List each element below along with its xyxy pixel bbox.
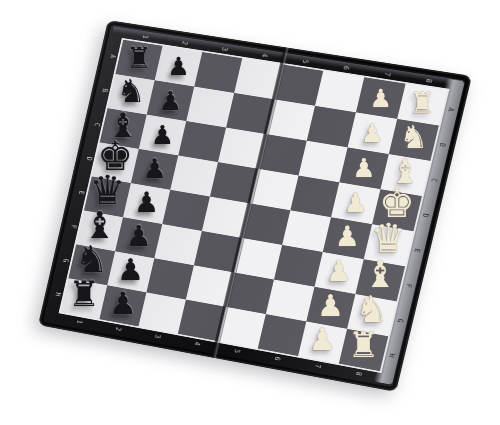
- rank-label-top: 6: [341, 65, 349, 70]
- board-grid: [61, 40, 448, 371]
- file-label-left: B: [101, 88, 109, 93]
- file-label-right: E: [412, 248, 420, 253]
- file-label-left: C: [93, 122, 101, 127]
- rank-label-top: 7: [382, 72, 390, 77]
- file-label-right: D: [421, 212, 429, 217]
- file-label-right: A: [446, 107, 454, 112]
- square-dark: [339, 329, 388, 371]
- file-label-left: A: [108, 53, 116, 58]
- rank-label-top: 3: [220, 47, 228, 52]
- file-label-left: H: [54, 291, 62, 296]
- file-label-left: F: [69, 224, 77, 229]
- rank-label-top: 4: [260, 53, 268, 58]
- chessboard: AA11BB22CC33DD44EE55FF66GG77HH88: [38, 20, 472, 392]
- file-label-left: D: [85, 156, 93, 161]
- file-label-right: G: [396, 318, 404, 323]
- rank-label-top: 1: [140, 34, 148, 39]
- file-label-right: F: [404, 283, 412, 288]
- rank-label-top: 2: [180, 40, 188, 45]
- rank-label-top: 8: [424, 78, 432, 83]
- file-label-left: G: [62, 258, 70, 263]
- file-label-right: B: [438, 142, 446, 147]
- file-label-left: E: [77, 190, 85, 195]
- file-label-right: H: [387, 353, 395, 358]
- product-photo-scene: AA11BB22CC33DD44EE55FF66GG77HH88 ♜♟♟♜♞♟♟…: [0, 0, 500, 425]
- rank-label-top: 5: [300, 59, 308, 64]
- file-label-right: C: [429, 177, 437, 182]
